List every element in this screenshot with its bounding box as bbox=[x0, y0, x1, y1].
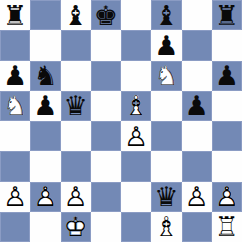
square-b3[interactable] bbox=[30, 151, 60, 181]
piece-glyph-fill: ♟ bbox=[30, 91, 60, 121]
square-e2[interactable] bbox=[121, 182, 151, 212]
square-c4[interactable] bbox=[61, 121, 91, 151]
square-h4[interactable] bbox=[212, 121, 242, 151]
piece-white-pawn[interactable]: ♟♙ bbox=[182, 182, 212, 212]
square-b2[interactable]: ♟♙ bbox=[30, 182, 60, 212]
square-a7[interactable] bbox=[0, 30, 30, 60]
square-f2[interactable]: ♛ bbox=[151, 182, 181, 212]
piece-white-king[interactable]: ♚♔ bbox=[61, 212, 91, 242]
piece-glyph-fill: ♟ bbox=[121, 121, 151, 151]
piece-black-rook[interactable]: ♜ bbox=[0, 0, 30, 30]
piece-glyph-fill: ♝ bbox=[61, 0, 91, 30]
square-h7[interactable] bbox=[212, 30, 242, 60]
square-f8[interactable]: ♝ bbox=[151, 0, 181, 30]
piece-black-pawn[interactable]: ♟ bbox=[30, 91, 60, 121]
piece-glyph-outline: ♙ bbox=[182, 182, 212, 212]
square-c8[interactable]: ♝ bbox=[61, 0, 91, 30]
piece-black-bishop[interactable]: ♝ bbox=[151, 0, 181, 30]
square-g2[interactable]: ♟♙ bbox=[182, 182, 212, 212]
square-a6[interactable]: ♟ bbox=[0, 61, 30, 91]
square-f1[interactable]: ♝♗ bbox=[151, 212, 181, 242]
square-b1[interactable] bbox=[30, 212, 60, 242]
square-e1[interactable] bbox=[121, 212, 151, 242]
piece-glyph-outline: ♘ bbox=[0, 91, 30, 121]
square-b5[interactable]: ♟ bbox=[30, 91, 60, 121]
piece-glyph-fill: ♟ bbox=[30, 182, 60, 212]
piece-glyph-outline: ♖ bbox=[212, 212, 242, 242]
piece-glyph-fill: ♞ bbox=[151, 61, 181, 91]
square-g6[interactable] bbox=[182, 61, 212, 91]
piece-glyph-fill: ♛ bbox=[61, 91, 91, 121]
piece-glyph-fill: ♟ bbox=[0, 182, 30, 212]
square-e7[interactable] bbox=[121, 30, 151, 60]
piece-glyph-fill: ♝ bbox=[121, 91, 151, 121]
square-g3[interactable] bbox=[182, 151, 212, 181]
piece-black-pawn[interactable]: ♟ bbox=[212, 61, 242, 91]
piece-glyph-fill: ♜ bbox=[212, 0, 242, 30]
square-d4[interactable] bbox=[91, 121, 121, 151]
square-a1[interactable] bbox=[0, 212, 30, 242]
chess-board: ♜♝♚♝♜♟♟♞♞♘♟♞♘♟♛♝♗♟♟♙♟♙♟♙♟♙♛♟♙♟♙♚♔♝♗♜♖ bbox=[0, 0, 242, 242]
piece-black-king[interactable]: ♚ bbox=[91, 0, 121, 30]
piece-white-pawn[interactable]: ♟♙ bbox=[61, 182, 91, 212]
square-h2[interactable]: ♟♙ bbox=[212, 182, 242, 212]
square-f5[interactable] bbox=[151, 91, 181, 121]
piece-black-pawn[interactable]: ♟ bbox=[151, 30, 181, 60]
piece-glyph-fill: ♟ bbox=[182, 182, 212, 212]
square-a2[interactable]: ♟♙ bbox=[0, 182, 30, 212]
piece-glyph-outline: ♙ bbox=[121, 121, 151, 151]
square-g5[interactable]: ♟ bbox=[182, 91, 212, 121]
piece-glyph-fill: ♟ bbox=[61, 182, 91, 212]
piece-white-bishop[interactable]: ♝♗ bbox=[151, 212, 181, 242]
piece-glyph-outline: ♗ bbox=[121, 91, 151, 121]
square-b6[interactable]: ♞ bbox=[30, 61, 60, 91]
square-c1[interactable]: ♚♔ bbox=[61, 212, 91, 242]
piece-glyph-fill: ♟ bbox=[212, 61, 242, 91]
piece-glyph-outline: ♙ bbox=[0, 182, 30, 212]
piece-glyph-fill: ♟ bbox=[212, 182, 242, 212]
square-g7[interactable] bbox=[182, 30, 212, 60]
piece-glyph-fill: ♛ bbox=[151, 182, 181, 212]
piece-glyph-fill: ♟ bbox=[151, 30, 181, 60]
piece-glyph-fill: ♜ bbox=[0, 0, 30, 30]
piece-white-bishop[interactable]: ♝♗ bbox=[121, 91, 151, 121]
square-e8[interactable] bbox=[121, 0, 151, 30]
square-c6[interactable] bbox=[61, 61, 91, 91]
piece-glyph-fill: ♟ bbox=[0, 61, 30, 91]
piece-glyph-fill: ♚ bbox=[91, 0, 121, 30]
piece-white-knight[interactable]: ♞♘ bbox=[151, 61, 181, 91]
piece-glyph-outline: ♙ bbox=[61, 182, 91, 212]
square-e4[interactable]: ♟♙ bbox=[121, 121, 151, 151]
square-c5[interactable]: ♛ bbox=[61, 91, 91, 121]
square-f3[interactable] bbox=[151, 151, 181, 181]
piece-glyph-fill: ♞ bbox=[30, 61, 60, 91]
piece-white-pawn[interactable]: ♟♙ bbox=[30, 182, 60, 212]
square-b8[interactable] bbox=[30, 0, 60, 30]
square-d5[interactable] bbox=[91, 91, 121, 121]
piece-white-pawn[interactable]: ♟♙ bbox=[212, 182, 242, 212]
square-c7[interactable] bbox=[61, 30, 91, 60]
square-b4[interactable] bbox=[30, 121, 60, 151]
square-f4[interactable] bbox=[151, 121, 181, 151]
square-a3[interactable] bbox=[0, 151, 30, 181]
piece-glyph-outline: ♔ bbox=[61, 212, 91, 242]
piece-black-queen[interactable]: ♛ bbox=[151, 182, 181, 212]
piece-black-bishop[interactable]: ♝ bbox=[61, 0, 91, 30]
piece-glyph-fill: ♝ bbox=[151, 212, 181, 242]
piece-glyph-outline: ♙ bbox=[212, 182, 242, 212]
square-d8[interactable]: ♚ bbox=[91, 0, 121, 30]
square-b7[interactable] bbox=[30, 30, 60, 60]
piece-black-rook[interactable]: ♜ bbox=[212, 0, 242, 30]
square-d2[interactable] bbox=[91, 182, 121, 212]
piece-black-knight[interactable]: ♞ bbox=[30, 61, 60, 91]
square-f6[interactable]: ♞♘ bbox=[151, 61, 181, 91]
square-a5[interactable]: ♞♘ bbox=[0, 91, 30, 121]
square-g8[interactable] bbox=[182, 0, 212, 30]
piece-white-pawn[interactable]: ♟♙ bbox=[121, 121, 151, 151]
square-e3[interactable] bbox=[121, 151, 151, 181]
square-a4[interactable] bbox=[0, 121, 30, 151]
piece-black-queen[interactable]: ♛ bbox=[61, 91, 91, 121]
square-h3[interactable] bbox=[212, 151, 242, 181]
square-d7[interactable] bbox=[91, 30, 121, 60]
piece-glyph-outline: ♙ bbox=[30, 182, 60, 212]
square-c3[interactable] bbox=[61, 151, 91, 181]
piece-glyph-fill: ♞ bbox=[0, 91, 30, 121]
piece-white-rook[interactable]: ♜♖ bbox=[212, 212, 242, 242]
piece-glyph-outline: ♘ bbox=[151, 61, 181, 91]
square-e6[interactable] bbox=[121, 61, 151, 91]
square-a8[interactable]: ♜ bbox=[0, 0, 30, 30]
square-g1[interactable] bbox=[182, 212, 212, 242]
square-g4[interactable] bbox=[182, 121, 212, 151]
piece-glyph-outline: ♗ bbox=[151, 212, 181, 242]
square-h8[interactable]: ♜ bbox=[212, 0, 242, 30]
square-c2[interactable]: ♟♙ bbox=[61, 182, 91, 212]
square-h5[interactable] bbox=[212, 91, 242, 121]
piece-glyph-fill: ♝ bbox=[151, 0, 181, 30]
piece-black-pawn[interactable]: ♟ bbox=[0, 61, 30, 91]
piece-black-pawn[interactable]: ♟ bbox=[182, 91, 212, 121]
square-d6[interactable] bbox=[91, 61, 121, 91]
piece-glyph-fill: ♟ bbox=[182, 91, 212, 121]
piece-white-knight[interactable]: ♞♘ bbox=[0, 91, 30, 121]
square-d1[interactable] bbox=[91, 212, 121, 242]
square-h1[interactable]: ♜♖ bbox=[212, 212, 242, 242]
piece-white-pawn[interactable]: ♟♙ bbox=[0, 182, 30, 212]
square-h6[interactable]: ♟ bbox=[212, 61, 242, 91]
square-e5[interactable]: ♝♗ bbox=[121, 91, 151, 121]
square-d3[interactable] bbox=[91, 151, 121, 181]
square-f7[interactable]: ♟ bbox=[151, 30, 181, 60]
piece-glyph-fill: ♜ bbox=[212, 212, 242, 242]
piece-glyph-fill: ♚ bbox=[61, 212, 91, 242]
